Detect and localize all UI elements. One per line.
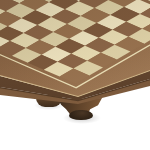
chess-board-photo [0, 0, 150, 150]
corner-foot-pad [69, 110, 93, 120]
board-top-surface [0, 0, 150, 150]
